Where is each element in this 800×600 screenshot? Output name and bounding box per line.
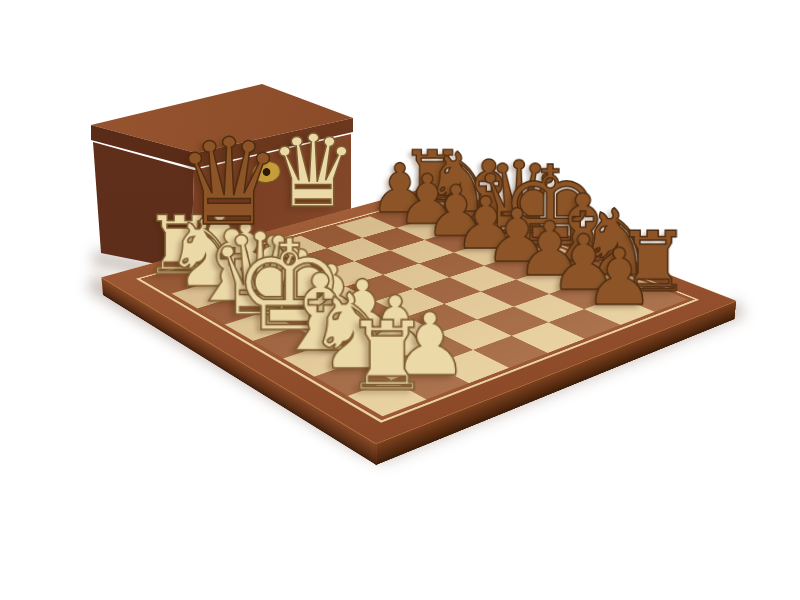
white-queen-extra-icon: ♛ [268,122,358,222]
black-queen-extra-icon: ♛ [175,123,283,243]
chess-set-product-photo: ♜♞♝♛♚♝♞♜♟♟♟♟♟♟♟♟♟♟♟♟♟♟♟♟♜♞♝♛♚♝♞♜ ♛ ♛ [0,0,800,600]
square-h1: ♜ [348,380,427,416]
black-pawn-icon: ♟ [584,238,654,317]
board-scene: ♜♞♝♛♚♝♞♜♟♟♟♟♟♟♟♟♟♟♟♟♟♟♟♟♜♞♝♛♚♝♞♜ [0,0,800,600]
white-rook-icon: ♜ [344,309,430,405]
square-h7: ♟ [584,297,655,325]
